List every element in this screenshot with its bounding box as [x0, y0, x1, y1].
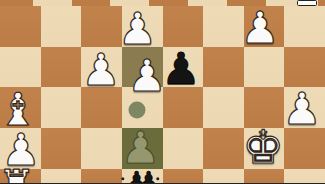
square-h2[interactable]	[284, 128, 325, 169]
square-c2[interactable]	[81, 128, 122, 169]
square-e5[interactable]	[163, 6, 204, 47]
white-pawn-c4[interactable]: ♟	[81, 48, 120, 92]
square-h5[interactable]	[284, 6, 325, 47]
square-b4[interactable]	[41, 47, 82, 88]
white-pawn-d5[interactable]: ♟	[118, 7, 157, 51]
chess-board-screenshot: ♟♟♟♟♟♝♟♟♟♚♜♟♟	[0, 0, 325, 183]
square-f2[interactable]	[203, 128, 244, 169]
white-rook-a1-partial[interactable]: ♜	[0, 165, 35, 184]
square-e2[interactable]	[163, 128, 204, 169]
square-b5[interactable]	[41, 6, 82, 47]
square-c1[interactable]	[81, 169, 122, 183]
white-pawn-h3[interactable]: ♟	[282, 87, 321, 131]
white-pawn-g5[interactable]: ♟	[240, 6, 279, 50]
square-g4[interactable]	[244, 47, 285, 88]
square-f1[interactable]	[203, 169, 244, 183]
square-b2[interactable]	[41, 128, 82, 169]
square-h4[interactable]	[284, 47, 325, 88]
square-b1[interactable]	[41, 169, 82, 183]
white-piece-base-partial[interactable]	[297, 0, 317, 6]
legal-move-dot-d3[interactable]	[128, 101, 145, 118]
square-a5[interactable]	[0, 6, 41, 47]
white-king-g2[interactable]: ♚	[242, 124, 283, 170]
square-f4[interactable]	[203, 47, 244, 88]
black-pawn-e4[interactable]: ♟	[161, 47, 200, 91]
ghost-white-pawn-d2: ♟	[121, 126, 160, 170]
square-e1[interactable]	[163, 169, 204, 183]
square-h1[interactable]	[284, 169, 325, 183]
square-c5[interactable]	[81, 6, 122, 47]
square-f3[interactable]	[203, 87, 244, 128]
black-piece-top-2[interactable]: ♟	[138, 169, 159, 184]
square-f5[interactable]	[203, 6, 244, 47]
square-b3[interactable]	[41, 87, 82, 128]
